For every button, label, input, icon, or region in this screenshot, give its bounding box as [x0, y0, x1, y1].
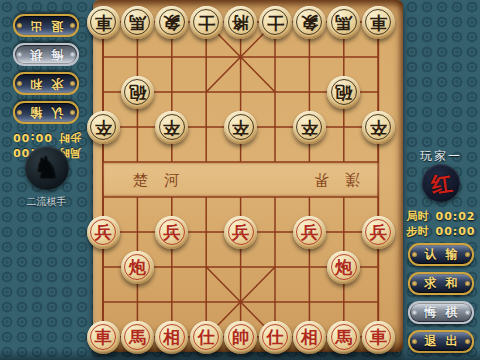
- piece-red-仕-c3r9[interactable]: 仕: [190, 321, 223, 354]
- piece-glyph: 車: [370, 14, 387, 31]
- piece-black-馬-c1r0[interactable]: 馬: [121, 6, 154, 39]
- piece-red-仕-c5r9[interactable]: 仕: [259, 321, 292, 354]
- red-player-avatar: 红: [422, 164, 460, 202]
- xiangqi-board[interactable]: 楚河 漢界 車馬象士將士象馬車砲砲卒卒卒卒卒兵兵兵兵兵炮炮車馬相仕帥仕相馬車: [93, 0, 403, 352]
- piece-red-車-c8r9[interactable]: 車: [362, 321, 395, 354]
- undo-button-label: 悔棋: [416, 304, 467, 321]
- left-resign-button[interactable]: 认输: [14, 101, 80, 124]
- star-point: [136, 91, 139, 94]
- piece-glyph: 馬: [335, 329, 352, 346]
- piece-glyph: 帥: [232, 329, 249, 346]
- piece-glyph: 相: [301, 329, 318, 346]
- piece-black-士-c3r0[interactable]: 士: [190, 6, 223, 39]
- right-game-timer: 局时 00:02: [402, 209, 480, 224]
- red-player-name: 玩家一: [402, 148, 480, 165]
- star-point: [102, 231, 105, 234]
- draw-button-label: 求和: [416, 275, 467, 292]
- exit-button-label: 退出: [416, 333, 467, 350]
- red-character-emblem: 红: [429, 171, 453, 195]
- piece-glyph: 象: [301, 14, 318, 31]
- piece-glyph: 馬: [129, 329, 146, 346]
- left-rotated-stack: 局时 00:00 步时 00:00 认输 求和 悔棋 退出: [0, 8, 93, 162]
- right-move-timer-value: 00:00: [435, 224, 475, 239]
- piece-black-象-c6r0[interactable]: 象: [293, 6, 326, 39]
- piece-red-相-c2r9[interactable]: 相: [155, 321, 188, 354]
- left-exit-label: 退出: [21, 17, 72, 34]
- left-resign-label: 认输: [21, 104, 72, 121]
- river-text-right: 漢界: [298, 170, 360, 190]
- left-move-timer-label: 步时: [59, 130, 81, 145]
- left-exit-button[interactable]: 退出: [14, 14, 80, 37]
- piece-red-相-c6r9[interactable]: 相: [293, 321, 326, 354]
- piece-glyph: 士: [198, 14, 215, 31]
- right-move-timer-label: 步时: [406, 224, 428, 239]
- black-player-info: ♞ 二流棋手: [0, 146, 93, 209]
- star-point: [136, 266, 139, 269]
- piece-glyph: 仕: [198, 329, 215, 346]
- exit-button[interactable]: 退出: [408, 330, 474, 353]
- left-draw-label: 求和: [21, 75, 72, 92]
- right-game-timer-label: 局时: [406, 209, 428, 224]
- piece-red-馬-c7r9[interactable]: 馬: [327, 321, 360, 354]
- right-move-timer: 步时 00:00: [402, 224, 480, 239]
- piece-glyph: 將: [232, 14, 249, 31]
- star-point: [170, 231, 173, 234]
- piece-glyph: 馬: [335, 14, 352, 31]
- piece-black-車-c0r0[interactable]: 車: [87, 6, 120, 39]
- black-player-avatar: ♞: [25, 146, 69, 190]
- piece-black-象-c2r0[interactable]: 象: [155, 6, 188, 39]
- piece-red-馬-c1r9[interactable]: 馬: [121, 321, 154, 354]
- resign-button[interactable]: 认输: [408, 243, 474, 266]
- piece-glyph: 車: [95, 14, 112, 31]
- left-draw-button[interactable]: 求和: [14, 72, 80, 95]
- star-point: [102, 126, 105, 129]
- piece-glyph: 車: [370, 329, 387, 346]
- piece-black-士-c5r0[interactable]: 士: [259, 6, 292, 39]
- piece-glyph: 仕: [267, 329, 284, 346]
- star-point: [308, 231, 311, 234]
- undo-button: 悔棋: [408, 301, 474, 324]
- left-move-timer: 步时 00:00: [0, 130, 93, 145]
- star-point: [308, 126, 311, 129]
- piece-black-馬-c7r0[interactable]: 馬: [327, 6, 360, 39]
- piece-glyph: 車: [95, 329, 112, 346]
- star-point: [239, 231, 242, 234]
- piece-red-帥-c4r9[interactable]: 帥: [224, 321, 257, 354]
- right-timers: 局时 00:02 步时 00:00: [402, 209, 480, 239]
- piece-black-車-c8r0[interactable]: 車: [362, 6, 395, 39]
- star-point: [170, 126, 173, 129]
- piece-glyph: 士: [267, 14, 284, 31]
- star-point: [377, 231, 380, 234]
- draw-button[interactable]: 求和: [408, 272, 474, 295]
- star-point: [342, 266, 345, 269]
- black-player-name: 二流棋手: [0, 195, 93, 209]
- right-panel: 玩家一 红 局时 00:02 步时 00:00 认输 求和 悔棋 退出: [402, 0, 480, 360]
- star-point: [239, 126, 242, 129]
- horse-emblem-icon: ♞: [33, 153, 60, 183]
- piece-glyph: 象: [163, 14, 180, 31]
- river-text-left: 楚河: [133, 170, 195, 190]
- left-undo-label: 悔棋: [21, 46, 72, 63]
- piece-black-將-c4r0[interactable]: 將: [224, 6, 257, 39]
- piece-glyph: 相: [163, 329, 180, 346]
- star-point: [342, 91, 345, 94]
- left-move-timer-value: 00:00: [12, 130, 52, 145]
- resign-button-label: 认输: [416, 246, 467, 263]
- right-buttons: 认输 求和 悔棋 退出: [402, 243, 480, 359]
- red-player-info: 红: [402, 164, 480, 202]
- left-undo-button: 悔棋: [14, 43, 80, 66]
- star-point: [377, 126, 380, 129]
- left-panel: 局时 00:00 步时 00:00 认输 求和 悔棋 退出 ♞ 二流棋手: [0, 0, 93, 360]
- piece-red-車-c0r9[interactable]: 車: [87, 321, 120, 354]
- piece-glyph: 馬: [129, 14, 146, 31]
- right-game-timer-value: 00:02: [435, 209, 475, 224]
